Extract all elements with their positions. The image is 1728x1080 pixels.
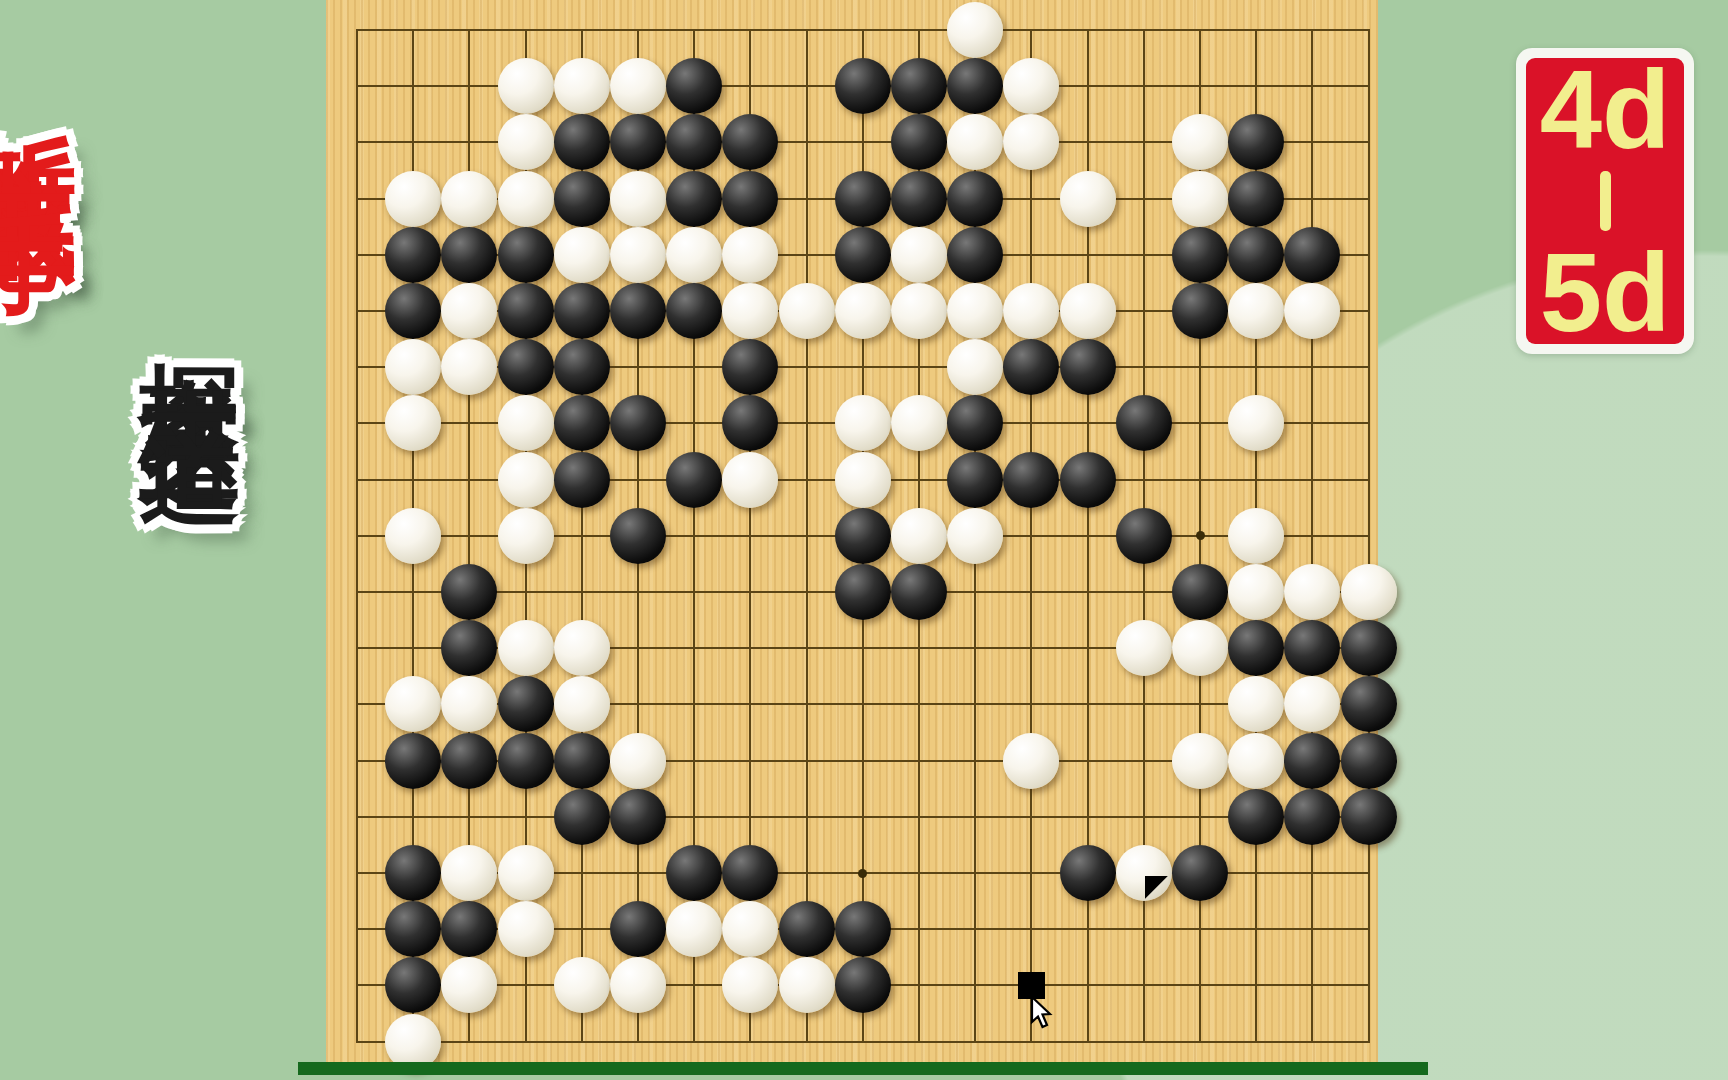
black-stone xyxy=(722,171,778,227)
black-stone xyxy=(1284,227,1340,283)
black-stone xyxy=(441,733,497,789)
white-stone xyxy=(1228,508,1284,564)
black-stone xyxy=(498,339,554,395)
white-stone xyxy=(441,339,497,395)
black-stone xyxy=(610,395,666,451)
white-stone xyxy=(441,676,497,732)
white-stone xyxy=(1172,114,1228,170)
white-stone xyxy=(385,508,441,564)
white-stone xyxy=(891,283,947,339)
black-stone xyxy=(1116,508,1172,564)
white-stone xyxy=(891,508,947,564)
black-stone xyxy=(1284,789,1340,845)
white-stone xyxy=(666,227,722,283)
white-stone xyxy=(610,957,666,1013)
black-stone xyxy=(1341,789,1397,845)
rank-badge: 4d 5d xyxy=(1516,48,1694,354)
mouse-cursor xyxy=(1029,995,1057,1031)
black-stone xyxy=(947,58,1003,114)
black-stone xyxy=(947,395,1003,451)
banner-black-text: 探索棋之正道 xyxy=(140,282,241,360)
white-stone xyxy=(835,283,891,339)
black-stone xyxy=(1228,114,1284,170)
white-stone xyxy=(891,395,947,451)
black-stone xyxy=(441,901,497,957)
black-stone xyxy=(1003,452,1059,508)
white-stone xyxy=(1116,845,1172,901)
white-stone xyxy=(835,452,891,508)
black-stone xyxy=(835,171,891,227)
white-stone xyxy=(666,901,722,957)
rank-top-label: 4d xyxy=(1540,58,1671,161)
white-stone xyxy=(498,508,554,564)
black-stone xyxy=(835,508,891,564)
white-stone xyxy=(947,283,1003,339)
white-stone xyxy=(835,395,891,451)
white-stone xyxy=(722,957,778,1013)
black-stone xyxy=(666,114,722,170)
white-stone xyxy=(498,620,554,676)
white-stone xyxy=(722,227,778,283)
black-stone xyxy=(722,114,778,170)
banner-red-text: 斩断实战恶手 xyxy=(0,50,78,140)
white-stone xyxy=(1172,733,1228,789)
black-stone xyxy=(554,733,610,789)
black-stone xyxy=(1172,845,1228,901)
black-stone xyxy=(947,227,1003,283)
black-stone xyxy=(947,452,1003,508)
black-stone xyxy=(835,901,891,957)
black-stone xyxy=(722,395,778,451)
white-stone xyxy=(498,452,554,508)
white-stone xyxy=(385,676,441,732)
white-stone xyxy=(722,283,778,339)
black-stone xyxy=(1172,283,1228,339)
white-stone xyxy=(1228,395,1284,451)
white-stone xyxy=(1228,676,1284,732)
black-stone xyxy=(1060,845,1116,901)
white-stone xyxy=(1003,58,1059,114)
black-stone xyxy=(1284,620,1340,676)
white-stone xyxy=(1003,283,1059,339)
white-stone xyxy=(554,620,610,676)
white-stone xyxy=(385,339,441,395)
white-stone xyxy=(1172,620,1228,676)
black-stone xyxy=(666,171,722,227)
rank-bottom-label: 5d xyxy=(1540,241,1671,344)
black-stone xyxy=(835,227,891,283)
white-stone xyxy=(1172,171,1228,227)
black-stone xyxy=(498,733,554,789)
page: { "game": "go", "board": { "size": 19, "… xyxy=(0,0,1728,1080)
white-stone xyxy=(779,957,835,1013)
white-stone xyxy=(779,283,835,339)
grid-vline xyxy=(1368,29,1370,1043)
white-stone xyxy=(610,733,666,789)
white-stone xyxy=(441,957,497,1013)
white-stone xyxy=(610,58,666,114)
black-stone xyxy=(1228,171,1284,227)
black-stone xyxy=(610,283,666,339)
white-stone xyxy=(610,227,666,283)
white-stone xyxy=(498,845,554,901)
black-stone xyxy=(835,58,891,114)
black-stone xyxy=(891,171,947,227)
black-stone xyxy=(835,564,891,620)
white-stone xyxy=(1284,676,1340,732)
white-stone xyxy=(498,901,554,957)
star-point xyxy=(858,869,867,878)
white-stone xyxy=(554,58,610,114)
black-stone xyxy=(1116,395,1172,451)
black-stone xyxy=(554,171,610,227)
black-stone xyxy=(554,395,610,451)
black-stone xyxy=(1060,339,1116,395)
star-point xyxy=(1196,531,1205,540)
grid-hline xyxy=(356,1041,1370,1043)
white-stone xyxy=(1060,283,1116,339)
white-stone xyxy=(947,114,1003,170)
black-stone xyxy=(385,227,441,283)
black-stone xyxy=(385,845,441,901)
black-stone xyxy=(385,733,441,789)
black-stone xyxy=(666,452,722,508)
white-stone xyxy=(1003,114,1059,170)
black-stone xyxy=(1060,452,1116,508)
white-stone xyxy=(947,339,1003,395)
black-stone xyxy=(666,845,722,901)
white-stone xyxy=(722,452,778,508)
black-stone xyxy=(666,283,722,339)
black-stone xyxy=(1284,733,1340,789)
black-stone xyxy=(554,789,610,845)
white-stone xyxy=(385,171,441,227)
black-stone xyxy=(947,171,1003,227)
white-stone xyxy=(554,227,610,283)
black-stone xyxy=(610,789,666,845)
white-stone xyxy=(1228,733,1284,789)
black-stone xyxy=(1172,564,1228,620)
black-stone xyxy=(385,283,441,339)
black-stone xyxy=(1003,339,1059,395)
white-stone xyxy=(441,283,497,339)
black-stone xyxy=(1341,676,1397,732)
black-stone xyxy=(666,58,722,114)
black-stone xyxy=(1228,789,1284,845)
white-stone xyxy=(891,227,947,283)
white-stone xyxy=(1116,620,1172,676)
grid-hline xyxy=(356,816,1370,818)
black-stone xyxy=(1341,620,1397,676)
white-stone xyxy=(498,171,554,227)
black-stone xyxy=(554,114,610,170)
white-stone xyxy=(947,508,1003,564)
black-stone xyxy=(891,114,947,170)
go-board[interactable] xyxy=(326,0,1378,1062)
white-stone xyxy=(947,2,1003,58)
white-stone xyxy=(1284,564,1340,620)
white-stone xyxy=(498,395,554,451)
black-stone xyxy=(498,676,554,732)
black-stone xyxy=(554,452,610,508)
black-stone xyxy=(385,901,441,957)
black-stone xyxy=(554,339,610,395)
white-stone xyxy=(1228,564,1284,620)
black-stone xyxy=(498,283,554,339)
black-stone xyxy=(441,620,497,676)
white-stone xyxy=(1228,283,1284,339)
black-stone xyxy=(1228,227,1284,283)
white-stone xyxy=(498,58,554,114)
black-stone xyxy=(722,339,778,395)
white-stone xyxy=(385,395,441,451)
white-stone xyxy=(610,171,666,227)
white-stone xyxy=(554,957,610,1013)
white-stone xyxy=(498,114,554,170)
black-stone xyxy=(610,508,666,564)
board-bottom-edge xyxy=(298,1062,1428,1075)
grid-vline xyxy=(1030,29,1032,1043)
black-stone xyxy=(779,901,835,957)
black-stone xyxy=(1341,733,1397,789)
black-stone xyxy=(835,957,891,1013)
black-stone xyxy=(891,58,947,114)
black-stone xyxy=(722,845,778,901)
rank-divider-bar xyxy=(1600,171,1611,231)
white-stone xyxy=(554,676,610,732)
black-stone xyxy=(610,901,666,957)
white-stone xyxy=(722,901,778,957)
black-stone xyxy=(385,957,441,1013)
white-stone xyxy=(1060,171,1116,227)
black-stone xyxy=(498,227,554,283)
white-stone xyxy=(441,171,497,227)
rank-badge-inner: 4d 5d xyxy=(1526,58,1684,344)
black-stone xyxy=(891,564,947,620)
white-stone xyxy=(1003,733,1059,789)
black-stone xyxy=(610,114,666,170)
grid-vline xyxy=(1311,29,1313,1043)
white-stone xyxy=(441,845,497,901)
black-stone xyxy=(1172,227,1228,283)
black-stone xyxy=(554,283,610,339)
white-stone xyxy=(1284,283,1340,339)
white-stone xyxy=(1341,564,1397,620)
black-stone xyxy=(441,227,497,283)
black-stone xyxy=(1228,620,1284,676)
black-stone xyxy=(441,564,497,620)
